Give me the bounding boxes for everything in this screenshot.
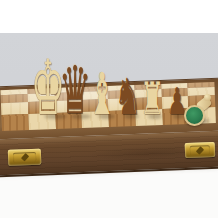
square-b6: [28, 101, 55, 114]
square-g6: [161, 96, 188, 109]
square-a6: [1, 102, 28, 115]
board-top-face: [0, 78, 218, 140]
square-g5: [162, 108, 189, 125]
brass-latch-left-icon: [8, 149, 42, 166]
square-d6: [81, 99, 108, 112]
square-e5: [108, 110, 135, 127]
square-d5: [82, 111, 109, 128]
square-f6: [135, 97, 162, 110]
square-h5: [189, 107, 216, 124]
board-grid: [0, 82, 215, 131]
brass-latch-right-icon: [185, 142, 216, 158]
square-f5: [135, 109, 162, 126]
square-h6: [188, 95, 215, 108]
square-a5: [1, 114, 28, 131]
square-c6: [54, 100, 81, 113]
folding-chess-box: [0, 78, 218, 178]
square-b5: [28, 113, 55, 130]
background-top-band: [0, 0, 218, 33]
square-c5: [55, 112, 82, 129]
chess-set-product-photo: ♚♛♝♞♜♟: [0, 0, 218, 218]
square-e6: [108, 98, 135, 111]
